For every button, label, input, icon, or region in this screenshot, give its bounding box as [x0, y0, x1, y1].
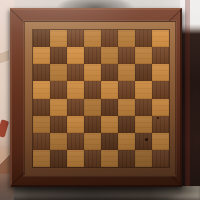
board-square — [67, 150, 84, 167]
rug-pattern-shape — [0, 119, 9, 138]
board-square — [50, 99, 67, 116]
board-square — [50, 133, 67, 150]
board-square — [67, 133, 84, 150]
background-shadow-right — [180, 0, 200, 200]
board-square — [152, 81, 169, 98]
board-square — [135, 81, 152, 98]
board-square — [50, 64, 67, 81]
board-square — [101, 99, 118, 116]
board-square — [101, 116, 118, 133]
board-square — [101, 81, 118, 98]
board-square — [33, 30, 50, 47]
board-square — [118, 133, 135, 150]
board-square — [84, 81, 101, 98]
background-floor-bottom — [0, 186, 200, 200]
board-square — [152, 64, 169, 81]
board-square — [50, 150, 67, 167]
board-square — [67, 64, 84, 81]
board-square — [118, 99, 135, 116]
board-square — [84, 150, 101, 167]
board-square — [152, 30, 169, 47]
board-square — [67, 47, 84, 64]
board-square — [33, 116, 50, 133]
board-square — [135, 99, 152, 116]
board-square — [67, 30, 84, 47]
board-square — [152, 99, 169, 116]
board-square — [101, 47, 118, 64]
board-square — [152, 116, 169, 133]
board-square — [135, 30, 152, 47]
board-square — [118, 47, 135, 64]
wood-knot — [145, 138, 148, 141]
board-square — [101, 150, 118, 167]
board-square — [84, 47, 101, 64]
board-square — [135, 150, 152, 167]
board-square — [118, 64, 135, 81]
board-square — [118, 150, 135, 167]
board-square — [101, 30, 118, 47]
board-square — [152, 47, 169, 64]
board-square — [50, 30, 67, 47]
board-square — [33, 81, 50, 98]
board-square — [135, 64, 152, 81]
board-square — [101, 133, 118, 150]
board-square — [33, 64, 50, 81]
board-grid — [33, 30, 169, 167]
game-board — [10, 8, 182, 187]
board-square — [135, 47, 152, 64]
rug-pattern-shape — [0, 40, 9, 70]
board-square — [84, 116, 101, 133]
board-square — [33, 133, 50, 150]
board-square — [84, 30, 101, 47]
board-square — [50, 116, 67, 133]
board-square — [135, 133, 152, 150]
board-square — [101, 64, 118, 81]
board-square — [33, 150, 50, 167]
board-square — [135, 116, 152, 133]
board-square — [152, 133, 169, 150]
board-square — [50, 81, 67, 98]
wood-knot — [157, 117, 159, 119]
board-square — [118, 116, 135, 133]
board-square — [152, 150, 169, 167]
board-square — [50, 47, 67, 64]
board-square — [33, 47, 50, 64]
board-square — [33, 99, 50, 116]
board-square — [84, 99, 101, 116]
photo-scene — [0, 0, 200, 200]
board-square — [118, 81, 135, 98]
board-square — [118, 30, 135, 47]
board-square — [67, 116, 84, 133]
board-square — [67, 99, 84, 116]
board-square — [84, 133, 101, 150]
board-square — [67, 81, 84, 98]
board-square — [84, 64, 101, 81]
